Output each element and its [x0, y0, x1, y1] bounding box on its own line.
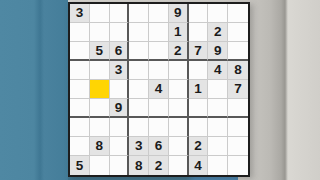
cell-r1c3[interactable]: [110, 4, 130, 23]
cell-r2c2[interactable]: [90, 23, 110, 42]
cell-r6c4[interactable]: [129, 99, 149, 118]
cell-r4c2[interactable]: [90, 61, 110, 80]
cell-r8c2[interactable]: 8: [90, 137, 110, 156]
cell-r3c8[interactable]: 9: [208, 42, 228, 61]
cell-r7c5[interactable]: [149, 118, 169, 137]
cell-r3c9[interactable]: [228, 42, 248, 61]
cell-r7c3[interactable]: [110, 118, 130, 137]
cell-r9c5[interactable]: 2: [149, 156, 169, 175]
cell-r9c2[interactable]: [90, 156, 110, 175]
cell-r3c3[interactable]: 6: [110, 42, 130, 61]
cell-r1c5[interactable]: [149, 4, 169, 23]
cell-r8c4[interactable]: 3: [129, 137, 149, 156]
cell-r7c4[interactable]: [129, 118, 149, 137]
cell-r4c7[interactable]: [189, 61, 209, 80]
cell-r6c2[interactable]: [90, 99, 110, 118]
cell-r2c8[interactable]: 2: [208, 23, 228, 42]
cell-r8c3[interactable]: [110, 137, 130, 156]
cell-r5c3[interactable]: [110, 80, 130, 99]
cell-r6c3[interactable]: 9: [110, 99, 130, 118]
cell-r8c8[interactable]: [208, 137, 228, 156]
cell-r5c2[interactable]: [90, 80, 110, 99]
cell-r7c7[interactable]: [189, 118, 209, 137]
cell-r3c6[interactable]: 2: [169, 42, 189, 61]
cell-r4c8[interactable]: 4: [208, 61, 228, 80]
cell-r9c6[interactable]: [169, 156, 189, 175]
cell-r8c5[interactable]: 6: [149, 137, 169, 156]
cell-r7c8[interactable]: [208, 118, 228, 137]
cell-r5c8[interactable]: [208, 80, 228, 99]
cell-r2c3[interactable]: [110, 23, 130, 42]
cell-r8c9[interactable]: [228, 137, 248, 156]
teal-wall: [0, 0, 68, 180]
cell-r9c8[interactable]: [208, 156, 228, 175]
cell-r3c7[interactable]: 7: [189, 42, 209, 61]
cell-r7c9[interactable]: [228, 118, 248, 137]
cell-r5c4[interactable]: [129, 80, 149, 99]
cell-r5c7[interactable]: 1: [189, 80, 209, 99]
cell-r8c7[interactable]: 2: [189, 137, 209, 156]
cell-r6c6[interactable]: [169, 99, 189, 118]
cell-r9c3[interactable]: [110, 156, 130, 175]
cell-r4c3[interactable]: 3: [110, 61, 130, 80]
cell-r9c1[interactable]: 5: [70, 156, 90, 175]
cell-r1c7[interactable]: [189, 4, 209, 23]
cell-r6c5[interactable]: [149, 99, 169, 118]
cell-r3c2[interactable]: 5: [90, 42, 110, 61]
cell-r5c1[interactable]: [70, 80, 90, 99]
sudoku-board: 391256279348417983625824: [68, 2, 250, 177]
cell-r5c5[interactable]: 4: [149, 80, 169, 99]
cell-r5c9[interactable]: 7: [228, 80, 248, 99]
cell-r2c5[interactable]: [149, 23, 169, 42]
cell-r6c7[interactable]: [189, 99, 209, 118]
cell-r6c8[interactable]: [208, 99, 228, 118]
cell-r7c6[interactable]: [169, 118, 189, 137]
cell-r9c7[interactable]: 4: [189, 156, 209, 175]
cell-r2c4[interactable]: [129, 23, 149, 42]
cell-r1c8[interactable]: [208, 4, 228, 23]
cell-r6c1[interactable]: [70, 99, 90, 118]
cell-r2c1[interactable]: [70, 23, 90, 42]
cell-r4c1[interactable]: [70, 61, 90, 80]
cell-r5c6[interactable]: [169, 80, 189, 99]
cell-r9c9[interactable]: [228, 156, 248, 175]
cell-r1c1[interactable]: 3: [70, 4, 90, 23]
cell-r2c6[interactable]: 1: [169, 23, 189, 42]
cell-r3c4[interactable]: [129, 42, 149, 61]
cell-r6c9[interactable]: [228, 99, 248, 118]
cell-r7c2[interactable]: [90, 118, 110, 137]
cell-r4c5[interactable]: [149, 61, 169, 80]
cell-r8c6[interactable]: [169, 137, 189, 156]
cell-r1c2[interactable]: [90, 4, 110, 23]
cell-r7c1[interactable]: [70, 118, 90, 137]
cell-r1c6[interactable]: 9: [169, 4, 189, 23]
cell-r2c9[interactable]: [228, 23, 248, 42]
cell-r1c4[interactable]: [129, 4, 149, 23]
cell-r4c6[interactable]: [169, 61, 189, 80]
cell-r3c5[interactable]: [149, 42, 169, 61]
cell-r4c9[interactable]: 8: [228, 61, 248, 80]
cell-r4c4[interactable]: [129, 61, 149, 80]
cell-r8c1[interactable]: [70, 137, 90, 156]
cell-r9c4[interactable]: 8: [129, 156, 149, 175]
cell-r1c9[interactable]: [228, 4, 248, 23]
cell-r2c7[interactable]: [189, 23, 209, 42]
cell-r3c1[interactable]: [70, 42, 90, 61]
